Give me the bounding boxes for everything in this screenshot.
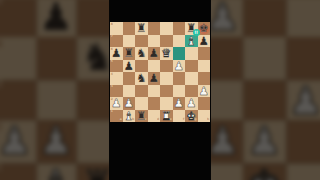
file-label-f: f bbox=[183, 118, 184, 121]
square-e8[interactable] bbox=[160, 22, 173, 35]
square-c8[interactable]: ♜ bbox=[135, 22, 148, 35]
file-label-g: g bbox=[195, 118, 197, 121]
video-frame: 8♜♜♚7♝♟6♟♜♞♟♛5♟♟4♞♟3♟2♟♟♟♟1ab♝c♜de♜fg♚h … bbox=[0, 0, 320, 180]
file-label-d: d bbox=[157, 118, 159, 121]
square-g5[interactable] bbox=[185, 60, 198, 73]
file-label-b: b bbox=[132, 118, 134, 121]
square-h1[interactable]: h bbox=[198, 110, 211, 123]
square-h3[interactable]: ♟ bbox=[198, 85, 211, 98]
file-label-a: a bbox=[120, 118, 122, 121]
square-e2[interactable] bbox=[160, 97, 173, 110]
square-f6[interactable] bbox=[173, 47, 186, 60]
piece-black-king-h8[interactable]: ♚ bbox=[199, 22, 209, 35]
square-b8[interactable] bbox=[123, 22, 136, 35]
rank-label-8: 8 bbox=[111, 23, 113, 26]
square-g6[interactable] bbox=[185, 47, 198, 60]
chess-board[interactable]: 8♜♜♚7♝!!♟6♟♜♞♟♛5♟♟4♞♟3♟2♟♟♟♟1ab♝c♜de♜fg♚… bbox=[110, 22, 210, 122]
square-f2[interactable]: ♟ bbox=[173, 97, 186, 110]
square-f1[interactable]: f bbox=[173, 110, 186, 123]
piece-white-queen-e6[interactable]: ♛ bbox=[161, 47, 171, 60]
square-f5[interactable]: ♟ bbox=[173, 60, 186, 73]
square-g7[interactable]: ♝!! bbox=[185, 35, 198, 48]
piece-black-knight-c6[interactable]: ♞ bbox=[136, 47, 146, 60]
square-b1[interactable]: b♝ bbox=[123, 110, 136, 123]
square-c1[interactable]: c♜ bbox=[135, 110, 148, 123]
square-g1[interactable]: g♚ bbox=[185, 110, 198, 123]
rank-label-7: 7 bbox=[111, 35, 113, 38]
square-b5[interactable]: ♟ bbox=[123, 60, 136, 73]
square-d2[interactable] bbox=[148, 97, 161, 110]
square-c4[interactable]: ♞ bbox=[135, 72, 148, 85]
piece-white-bishop-g7[interactable]: ♝ bbox=[186, 35, 196, 48]
square-d8[interactable] bbox=[148, 22, 161, 35]
piece-black-pawn-b5[interactable]: ♟ bbox=[124, 60, 134, 73]
piece-white-pawn-f5[interactable]: ♟ bbox=[174, 60, 184, 73]
piece-black-pawn-d4[interactable]: ♟ bbox=[149, 72, 159, 85]
square-h2[interactable] bbox=[198, 97, 211, 110]
square-e1[interactable]: e♜ bbox=[160, 110, 173, 123]
square-a5[interactable]: 5 bbox=[110, 60, 123, 73]
square-e5[interactable] bbox=[160, 60, 173, 73]
piece-black-knight-c4[interactable]: ♞ bbox=[136, 72, 146, 85]
square-h4[interactable] bbox=[198, 72, 211, 85]
rank-label-5: 5 bbox=[111, 60, 113, 63]
square-d6[interactable]: ♟ bbox=[148, 47, 161, 60]
square-f8[interactable] bbox=[173, 22, 186, 35]
square-h7[interactable]: ♟ bbox=[198, 35, 211, 48]
square-a1[interactable]: 1a bbox=[110, 110, 123, 123]
square-e6[interactable]: ♛ bbox=[160, 47, 173, 60]
square-b4[interactable] bbox=[123, 72, 136, 85]
square-d3[interactable] bbox=[148, 85, 161, 98]
piece-black-pawn-h7[interactable]: ♟ bbox=[199, 35, 209, 48]
file-label-c: c bbox=[145, 118, 147, 121]
file-label-h: h bbox=[207, 118, 209, 121]
piece-white-pawn-h3[interactable]: ♟ bbox=[199, 85, 209, 98]
square-f4[interactable] bbox=[173, 72, 186, 85]
piece-black-rook-b6[interactable]: ♜ bbox=[124, 47, 134, 60]
piece-white-pawn-f2[interactable]: ♟ bbox=[174, 97, 184, 110]
square-a6[interactable]: 6♟ bbox=[110, 47, 123, 60]
square-b6[interactable]: ♜ bbox=[123, 47, 136, 60]
square-c6[interactable]: ♞ bbox=[135, 47, 148, 60]
square-e3[interactable] bbox=[160, 85, 173, 98]
square-h6[interactable] bbox=[198, 47, 211, 60]
square-b2[interactable]: ♟ bbox=[123, 97, 136, 110]
piece-black-pawn-d6[interactable]: ♟ bbox=[149, 47, 159, 60]
rank-label-6: 6 bbox=[111, 48, 113, 51]
piece-white-pawn-g2[interactable]: ♟ bbox=[186, 97, 196, 110]
file-label-e: e bbox=[170, 118, 172, 121]
square-c3[interactable] bbox=[135, 85, 148, 98]
brilliant-move-badge: !! bbox=[193, 29, 200, 36]
rank-label-4: 4 bbox=[111, 73, 113, 76]
piece-black-rook-c8[interactable]: ♜ bbox=[136, 22, 146, 35]
square-a2[interactable]: 2♟ bbox=[110, 97, 123, 110]
square-a4[interactable]: 4 bbox=[110, 72, 123, 85]
square-g4[interactable] bbox=[185, 72, 198, 85]
square-g2[interactable]: ♟ bbox=[185, 97, 198, 110]
rank-label-2: 2 bbox=[111, 98, 113, 101]
rank-label-3: 3 bbox=[111, 85, 113, 88]
piece-white-pawn-b2[interactable]: ♟ bbox=[124, 97, 134, 110]
square-e4[interactable] bbox=[160, 72, 173, 85]
rank-label-1: 1 bbox=[111, 110, 113, 113]
square-d4[interactable]: ♟ bbox=[148, 72, 161, 85]
square-d1[interactable]: d bbox=[148, 110, 161, 123]
square-h5[interactable] bbox=[198, 60, 211, 73]
square-f7[interactable] bbox=[173, 35, 186, 48]
square-a8[interactable]: 8 bbox=[110, 22, 123, 35]
square-c2[interactable] bbox=[135, 97, 148, 110]
